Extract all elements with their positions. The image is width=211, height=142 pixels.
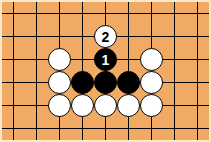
board-intersection <box>71 25 94 48</box>
board-intersection <box>94 94 117 117</box>
board-intersection <box>186 2 209 25</box>
board-intersection <box>186 25 209 48</box>
board-intersection <box>94 2 117 25</box>
board-intersection <box>48 48 71 71</box>
white-stone <box>140 71 163 94</box>
board-intersection <box>25 25 48 48</box>
board-intersection <box>48 2 71 25</box>
board-intersection <box>163 94 186 117</box>
board-intersection <box>48 117 71 140</box>
board-intersection <box>48 94 71 117</box>
board-intersection <box>71 117 94 140</box>
board-intersection <box>2 117 25 140</box>
board-intersection <box>163 48 186 71</box>
white-stone <box>117 94 140 117</box>
board-intersection <box>163 2 186 25</box>
board-intersection: 2 <box>94 25 117 48</box>
board-intersection <box>117 71 140 94</box>
board-intersection <box>140 2 163 25</box>
board-intersection <box>2 71 25 94</box>
board-intersection <box>117 2 140 25</box>
board-intersection <box>140 48 163 71</box>
board-intersection <box>2 48 25 71</box>
board-intersection <box>2 2 25 25</box>
black-stone <box>94 71 117 94</box>
board-intersection: 1 <box>94 48 117 71</box>
board-intersection <box>25 71 48 94</box>
board-intersection <box>140 117 163 140</box>
board-intersection <box>117 25 140 48</box>
board-intersection <box>117 48 140 71</box>
white-stone <box>71 94 94 117</box>
board-intersection <box>140 71 163 94</box>
board-intersection <box>25 94 48 117</box>
black-stone <box>117 71 140 94</box>
board-intersection <box>71 71 94 94</box>
board-intersection <box>48 25 71 48</box>
white-stone <box>48 71 71 94</box>
board-intersection <box>48 71 71 94</box>
board-intersection <box>25 117 48 140</box>
board-intersection <box>71 2 94 25</box>
board-intersection <box>186 117 209 140</box>
board-intersection <box>163 71 186 94</box>
board-intersection <box>140 25 163 48</box>
white-stone <box>140 48 163 71</box>
board-intersection <box>117 117 140 140</box>
board-intersection <box>186 71 209 94</box>
board-intersection <box>71 94 94 117</box>
board-intersection <box>25 48 48 71</box>
board-intersection <box>94 117 117 140</box>
board-intersection <box>163 117 186 140</box>
board-intersection <box>2 94 25 117</box>
white-stone <box>140 94 163 117</box>
board-intersection <box>163 25 186 48</box>
board-intersection <box>71 48 94 71</box>
board-intersection <box>186 94 209 117</box>
board-intersection <box>186 48 209 71</box>
board-intersection <box>140 94 163 117</box>
move-number-label: 1 <box>102 53 110 67</box>
board-intersection <box>2 25 25 48</box>
white-stone <box>48 94 71 117</box>
move-number-label: 2 <box>102 30 110 44</box>
white-stone <box>48 48 71 71</box>
go-board: 21 <box>0 0 211 142</box>
board-intersection <box>117 94 140 117</box>
board-intersection <box>94 71 117 94</box>
white-stone: 2 <box>94 25 117 48</box>
black-stone: 1 <box>94 48 117 71</box>
black-stone <box>71 71 94 94</box>
board-intersection <box>25 2 48 25</box>
white-stone <box>94 94 117 117</box>
